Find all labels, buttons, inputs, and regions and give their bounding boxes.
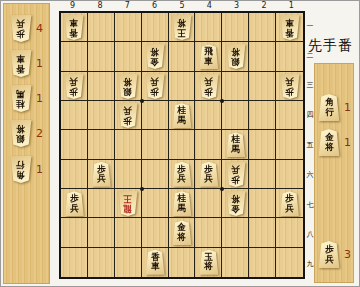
- knight-piece-gote[interactable]: 桂馬: [10, 85, 32, 112]
- piece-kanji: 将: [231, 47, 240, 57]
- gold-piece-sente[interactable]: 金将: [318, 129, 340, 156]
- piece-shadow: 銀将: [118, 74, 138, 99]
- piece-kanji: 将: [151, 47, 160, 57]
- piece-kanji: 将: [231, 194, 240, 204]
- hand-count: 1: [344, 136, 352, 149]
- silver-piece-gote[interactable]: 銀将: [226, 44, 246, 69]
- hand-count: 3: [344, 248, 352, 261]
- piece-kanji: 兵: [285, 77, 294, 87]
- piece-kanji: 歩: [285, 86, 294, 96]
- gold-piece-gote[interactable]: 金将: [145, 44, 165, 69]
- piece-kanji: 香: [70, 28, 79, 38]
- shogi-app-window: 歩兵4香車1桂馬1銀将2角行1 987654321 香車王将香車金将飛車銀将歩兵…: [0, 0, 360, 287]
- pawn-piece-sente[interactable]: 歩兵: [64, 191, 84, 216]
- piece-kanji: 将: [124, 77, 133, 87]
- piece-shadow: 歩兵: [199, 162, 219, 187]
- sente-captured-stand: 角行1金将1歩兵3: [314, 63, 354, 283]
- piece-shadow: 歩兵: [145, 74, 165, 99]
- piece-kanji: 将: [178, 233, 187, 243]
- piece-shadow: 香車: [64, 15, 84, 40]
- file-label: 7: [114, 1, 141, 11]
- piece-kanji: 歩: [17, 29, 26, 39]
- piece-shadow: 角行: [318, 94, 340, 121]
- file-label: 2: [250, 1, 277, 11]
- bishop-piece-gote[interactable]: 角行: [10, 156, 32, 183]
- piece-kanji: 馬: [178, 204, 187, 214]
- hand-sente-pawn: 歩兵3: [318, 241, 352, 268]
- file-label: 5: [168, 1, 195, 11]
- pawn-piece-sente[interactable]: 歩兵: [172, 162, 192, 187]
- file-label: 3: [223, 1, 250, 11]
- bishop-piece-sente[interactable]: 角行: [318, 94, 340, 121]
- piece-shadow: 歩兵: [280, 74, 300, 99]
- square-piece-4-2: 飛車: [195, 42, 222, 71]
- square-piece-7-7: 龍王: [115, 189, 142, 218]
- piece-kanji: 香: [285, 28, 294, 38]
- piece-kanji: 王: [178, 28, 187, 38]
- piece-kanji: 車: [70, 18, 79, 28]
- shogi-board: 香車王将香車金将飛車銀将歩兵銀将歩兵歩兵歩兵歩兵桂馬桂馬歩兵歩兵歩兵歩兵歩兵龍王…: [59, 11, 305, 279]
- square-piece-9-1: 香車: [61, 13, 88, 42]
- hand-count: 1: [36, 163, 44, 176]
- square-piece-6-3: 歩兵: [142, 72, 169, 101]
- lance-piece-gote[interactable]: 香車: [64, 15, 84, 40]
- rank-label: 一: [305, 21, 315, 31]
- king-piece-gote[interactable]: 王将: [172, 15, 192, 40]
- piece-kanji: 兵: [151, 77, 160, 87]
- pawn-piece-gote[interactable]: 歩兵: [10, 15, 32, 42]
- piece-kanji: 角: [17, 170, 26, 180]
- pawn-piece-sente[interactable]: 歩兵: [199, 162, 219, 187]
- piece-shadow: 龍王: [118, 191, 138, 216]
- silver-piece-gote[interactable]: 銀将: [10, 120, 32, 147]
- piece-kanji: 車: [205, 57, 214, 67]
- piece-shadow: 香車: [280, 15, 300, 40]
- piece-kanji: 車: [151, 262, 160, 272]
- piece-kanji: 兵: [205, 174, 214, 184]
- hand-count: 2: [36, 127, 44, 140]
- piece-kanji: 行: [325, 108, 334, 118]
- hand-count: 4: [36, 22, 44, 35]
- piece-kanji: 金: [151, 57, 160, 67]
- piece-shadow: 歩兵: [199, 74, 219, 99]
- piece-shadow: 歩兵: [280, 191, 300, 216]
- piece-shadow: 角行: [10, 156, 32, 183]
- piece-kanji: 馬: [17, 89, 26, 99]
- lance-piece-sente[interactable]: 香車: [145, 250, 165, 275]
- piece-kanji: 銀: [124, 86, 133, 96]
- piece-shadow: 桂馬: [226, 132, 246, 157]
- gote-captured-stand: 歩兵4香車1桂馬1銀将2角行1: [3, 3, 50, 284]
- piece-kanji: 車: [17, 54, 26, 64]
- hand-count: 1: [344, 101, 352, 114]
- square-piece-4-9: 玉将: [195, 248, 222, 277]
- piece-kanji: 兵: [70, 204, 79, 214]
- piece-shadow: 金将: [145, 44, 165, 69]
- piece-kanji: 歩: [205, 86, 214, 96]
- hand-sente-gold: 金将1: [318, 129, 352, 156]
- piece-kanji: 歩: [124, 116, 133, 126]
- file-label: 6: [141, 1, 168, 11]
- piece-kanji: 銀: [17, 134, 26, 144]
- piece-shadow: 金将: [318, 129, 340, 156]
- hand-gote-pawn: 歩兵4: [10, 15, 44, 42]
- turn-indicator: 先手番: [308, 37, 353, 55]
- square-piece-3-7: 金将: [222, 189, 249, 218]
- gold-piece-gote[interactable]: 金将: [226, 191, 246, 216]
- piece-kanji: 歩: [70, 86, 79, 96]
- file-label: 8: [86, 1, 113, 11]
- square-piece-7-3: 銀将: [115, 72, 142, 101]
- square-piece-4-6: 歩兵: [195, 160, 222, 189]
- piece-kanji: 龍: [124, 204, 133, 214]
- piece-shadow: 歩兵: [64, 74, 84, 99]
- file-labels: 987654321: [59, 1, 305, 11]
- piece-shadow: 飛車: [199, 44, 219, 69]
- hand-sente-bishop: 角行1: [318, 94, 352, 121]
- piece-shadow: 桂馬: [10, 85, 32, 112]
- piece-kanji: 兵: [205, 77, 214, 87]
- hand-count: 1: [36, 92, 44, 105]
- piece-shadow: 歩兵: [318, 241, 340, 268]
- piece-kanji: 兵: [97, 174, 106, 184]
- file-label: 1: [278, 1, 305, 11]
- piece-kanji: 兵: [17, 19, 26, 29]
- piece-shadow: 銀将: [10, 120, 32, 147]
- piece-kanji: 馬: [231, 145, 240, 155]
- piece-shadow: 玉将: [199, 250, 219, 275]
- hand-gote-bishop: 角行1: [10, 156, 44, 183]
- piece-shadow: 香車: [145, 250, 165, 275]
- piece-shadow: 金将: [226, 191, 246, 216]
- pawn-piece-gote[interactable]: 歩兵: [64, 74, 84, 99]
- hand-count: 1: [36, 57, 44, 70]
- piece-shadow: 香車: [10, 50, 32, 77]
- square-piece-3-6: 歩兵: [222, 160, 249, 189]
- lance-piece-gote[interactable]: 香車: [10, 50, 32, 77]
- piece-kanji: 車: [285, 18, 294, 28]
- pawn-piece-sente[interactable]: 歩兵: [318, 241, 340, 268]
- pawn-piece-sente[interactable]: 歩兵: [280, 191, 300, 216]
- pawn-piece-sente[interactable]: 歩兵: [91, 162, 111, 187]
- square-piece-8-6: 歩兵: [88, 160, 115, 189]
- square-piece-3-2: 銀将: [222, 42, 249, 71]
- file-label: 9: [59, 1, 86, 11]
- silver-piece-gote[interactable]: 銀将: [118, 74, 138, 99]
- piece-kanji: 兵: [285, 204, 294, 214]
- square-piece-9-7: 歩兵: [61, 189, 88, 218]
- piece-shadow: 歩兵: [226, 162, 246, 187]
- square-piece-1-7: 歩兵: [276, 189, 303, 218]
- square-piece-6-2: 金将: [142, 42, 169, 71]
- board-pieces: 香車王将香車金将飛車銀将歩兵銀将歩兵歩兵歩兵歩兵桂馬桂馬歩兵歩兵歩兵歩兵歩兵龍王…: [61, 13, 303, 277]
- pawn-piece-gote[interactable]: 歩兵: [280, 74, 300, 99]
- square-piece-5-1: 王将: [169, 13, 196, 42]
- piece-kanji: 王: [124, 194, 133, 204]
- piece-shadow: 歩兵: [172, 162, 192, 187]
- piece-shadow: 金将: [172, 220, 192, 245]
- piece-kanji: 将: [205, 262, 214, 272]
- pawn-piece-gote[interactable]: 歩兵: [145, 74, 165, 99]
- piece-kanji: 行: [17, 160, 26, 170]
- lance-piece-gote[interactable]: 香車: [280, 15, 300, 40]
- piece-kanji: 兵: [70, 77, 79, 87]
- piece-kanji: 香: [17, 64, 26, 74]
- promoted-promoted-rook-piece-gote[interactable]: 龍王: [118, 191, 138, 216]
- piece-kanji: 兵: [124, 106, 133, 116]
- piece-shadow: 桂馬: [172, 191, 192, 216]
- knight-piece-sente[interactable]: 桂馬: [226, 132, 246, 157]
- piece-shadow: 歩兵: [10, 15, 32, 42]
- piece-kanji: 兵: [231, 165, 240, 175]
- square-piece-9-3: 歩兵: [61, 72, 88, 101]
- hand-gote-silver: 銀将2: [10, 120, 44, 147]
- square-piece-5-4: 桂馬: [169, 101, 196, 130]
- piece-kanji: 桂: [17, 99, 26, 109]
- piece-kanji: 将: [17, 124, 26, 134]
- knight-piece-sente[interactable]: 桂馬: [172, 191, 192, 216]
- piece-shadow: 歩兵: [118, 103, 138, 128]
- piece-shadow: 銀将: [226, 44, 246, 69]
- piece-kanji: 歩: [231, 174, 240, 184]
- square-piece-4-3: 歩兵: [195, 72, 222, 101]
- pawn-piece-gote[interactable]: 歩兵: [226, 162, 246, 187]
- piece-kanji: 兵: [178, 174, 187, 184]
- hand-gote-knight: 桂馬1: [10, 85, 44, 112]
- square-piece-7-4: 歩兵: [115, 101, 142, 130]
- gold-piece-sente[interactable]: 金将: [172, 220, 192, 245]
- square-piece-1-3: 歩兵: [276, 72, 303, 101]
- king-piece-sente[interactable]: 玉将: [199, 250, 219, 275]
- rook-piece-sente[interactable]: 飛車: [199, 44, 219, 69]
- hand-gote-lance: 香車1: [10, 50, 44, 77]
- piece-shadow: 歩兵: [64, 191, 84, 216]
- piece-kanji: 将: [178, 18, 187, 28]
- square-piece-1-1: 香車: [276, 13, 303, 42]
- piece-kanji: 金: [231, 204, 240, 214]
- pawn-piece-gote[interactable]: 歩兵: [118, 103, 138, 128]
- piece-kanji: 歩: [151, 86, 160, 96]
- piece-shadow: 桂馬: [172, 103, 192, 128]
- piece-kanji: 将: [325, 143, 334, 153]
- square-piece-5-6: 歩兵: [169, 160, 196, 189]
- file-label: 4: [196, 1, 223, 11]
- piece-shadow: 王将: [172, 15, 192, 40]
- piece-shadow: 歩兵: [91, 162, 111, 187]
- piece-kanji: 銀: [231, 57, 240, 67]
- square-piece-6-9: 香車: [142, 248, 169, 277]
- square-piece-5-8: 金将: [169, 218, 196, 247]
- knight-piece-sente[interactable]: 桂馬: [172, 103, 192, 128]
- piece-kanji: 兵: [325, 255, 334, 265]
- square-piece-5-7: 桂馬: [169, 189, 196, 218]
- pawn-piece-gote[interactable]: 歩兵: [199, 74, 219, 99]
- piece-kanji: 馬: [178, 116, 187, 126]
- square-piece-3-5: 桂馬: [222, 130, 249, 159]
